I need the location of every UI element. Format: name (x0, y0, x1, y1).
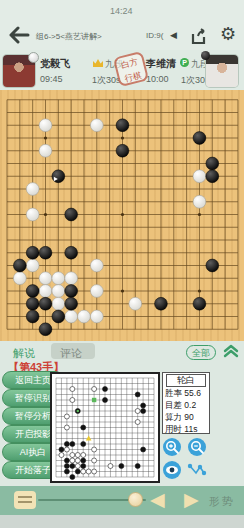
player-bar: 党毅飞 九段 09:45 1次30s 白方 行棋 李维清 P 九段 10:00 … (0, 50, 244, 92)
mini-white-stone-D17 (70, 387, 75, 392)
crown-icon (93, 59, 103, 67)
stat-row-0: 胜率 55.6 (163, 387, 209, 399)
black-stone-K15 (116, 144, 129, 157)
analysis-panel: 轮白 胜率 55.6目差 0.2算力 90用时 11s (162, 372, 210, 434)
white-stone-H17 (90, 119, 103, 132)
p-badge-icon: P (180, 58, 189, 67)
black-stone-Q3 (193, 297, 206, 310)
black-stone-E2 (52, 310, 65, 323)
mini-black-stone-F10 (81, 425, 86, 430)
left-player-name: 党毅飞 (40, 57, 70, 71)
white-stone-D4 (39, 285, 52, 298)
collapse-up-icon[interactable] (223, 344, 239, 362)
status-bar: 14:24 (0, 0, 244, 22)
mini-black-stone-F4 (81, 458, 86, 463)
share-icon[interactable] (190, 28, 208, 49)
black-stone-R6 (206, 259, 219, 272)
go-board-grid (0, 90, 244, 341)
next-move-icon[interactable]: ▶ (184, 490, 199, 510)
tab-all[interactable]: 全部 (192, 347, 210, 360)
collapse-left-triangle-icon[interactable]: ◀ (170, 30, 177, 40)
black-stone-D1 (39, 323, 52, 336)
header: 组6->5<燕艺讲解> ID:9( ◀ ⚙ (0, 22, 244, 50)
black-stone-C3 (26, 297, 39, 310)
turn-stamp-line1: 白方 (120, 56, 139, 70)
white-stone-indicator (28, 52, 39, 63)
white-stone-H6 (90, 259, 103, 272)
white-stone-Q13 (193, 170, 206, 183)
white-stone-E5 (52, 272, 65, 285)
mini-board-grid (52, 374, 158, 481)
right-player-clock: 10:00 (146, 74, 169, 84)
mini-black-stone-D1 (70, 475, 75, 480)
mini-white-stone-D15 (70, 398, 75, 403)
black-stone-C7 (26, 246, 39, 259)
white-stone-L3 (129, 297, 142, 310)
mini-white-stone-D4 (70, 458, 75, 463)
move-slider-knob[interactable] (128, 492, 143, 507)
white-stone-B5 (13, 272, 26, 285)
mini-black-stone-N3 (119, 464, 124, 469)
white-stone-C10 (26, 208, 39, 221)
branch-icon[interactable] (187, 461, 207, 479)
black-stone-D3 (39, 297, 52, 310)
analysis-stats: 胜率 55.6目差 0.2算力 90用时 11s (163, 387, 209, 435)
mini-white-stone-E5 (75, 453, 80, 458)
mini-white-stone-H17 (92, 387, 97, 392)
app-screen: 14:24 组6->5<燕艺讲解> ID:9( ◀ ⚙ 党毅飞 九段 09:45… (0, 0, 244, 528)
left-player-byoyomi: 1次30s (92, 74, 121, 87)
mini-white-stone-Q11 (135, 420, 140, 425)
stat-row-2: 算力 90 (163, 411, 209, 423)
mini-white-stone-C10 (64, 425, 69, 430)
mini-black-stone-C4 (64, 458, 69, 463)
mini-white-stone-E4 (75, 458, 80, 463)
black-stone-Q16 (193, 132, 206, 145)
black-stone-F3 (65, 297, 78, 310)
white-stone-E3 (52, 297, 65, 310)
mini-black-stone-E2 (75, 469, 80, 474)
black-stone-R14 (206, 157, 219, 170)
turn-stamp-line2: 行棋 (123, 69, 142, 83)
back-icon[interactable] (8, 26, 30, 48)
white-stone-C12 (26, 183, 39, 196)
mini-black-stone-R13 (141, 409, 146, 414)
white-stone-H2 (90, 310, 103, 323)
right-player-name: 李维清 (146, 57, 176, 71)
turn-stamp: 白方 行棋 (113, 51, 149, 87)
mini-black-stone-D7 (70, 442, 75, 447)
white-stone-Q11 (193, 195, 206, 208)
mini-white-stone-B5 (59, 453, 64, 458)
mini-black-stone-Q16 (135, 392, 140, 397)
mini-black-stone-K17 (103, 387, 108, 392)
mini-white-stone-C6 (64, 447, 69, 452)
mini-black-stone-D3 (70, 464, 75, 469)
black-stone-C2 (26, 310, 39, 323)
mini-white-stone-G2 (86, 469, 91, 474)
black-stone-indicator (201, 51, 210, 60)
mini-black-stone-R6 (141, 447, 146, 452)
black-stone-F7 (65, 246, 78, 259)
black-stone-K17 (116, 119, 129, 132)
prev-move-icon[interactable]: ◀ (150, 490, 165, 510)
black-stone-F4 (65, 285, 78, 298)
eye-icon[interactable] (163, 461, 181, 479)
turn-label: 轮白 (166, 374, 206, 387)
mini-white-stone-E3 (75, 464, 80, 469)
mini-black-stone-C2 (64, 469, 69, 474)
zoom-out-icon[interactable] (188, 438, 206, 456)
right-player-avatar[interactable] (206, 55, 238, 87)
white-stone-G2 (78, 310, 91, 323)
mini-white-stone-H6 (92, 447, 97, 452)
tab-commentary[interactable]: 解说 (13, 346, 35, 361)
mini-black-stone-C7 (64, 442, 69, 447)
analysis-mini-board[interactable] (50, 372, 160, 483)
gear-icon[interactable]: ⚙ (220, 23, 236, 45)
white-stone-F5 (65, 272, 78, 285)
chat-icon[interactable] (14, 491, 36, 509)
black-stone-N3 (155, 297, 168, 310)
white-stone-F2 (65, 310, 78, 323)
left-player-clock: 09:45 (40, 74, 63, 84)
mini-black-stone-F7 (81, 442, 86, 447)
white-stone-D5 (39, 272, 52, 285)
mini-white-stone-F5 (81, 453, 86, 458)
mini-white-stone-H4 (92, 458, 97, 463)
bottom-strip (0, 515, 244, 528)
mini-black-stone-C3 (64, 464, 69, 469)
black-stone-D7 (39, 246, 52, 259)
mini-marker-green-dot (76, 410, 79, 413)
mini-white-stone-Q13 (135, 409, 140, 414)
white-stone-E4 (52, 285, 65, 298)
white-stone-H4 (90, 285, 103, 298)
mini-black-stone-Q3 (135, 464, 140, 469)
mini-white-stone-F2 (81, 469, 86, 474)
zoom-in-icon[interactable] (163, 438, 181, 456)
black-stone-R13 (206, 170, 219, 183)
mini-black-stone-B6 (59, 447, 64, 452)
black-stone-C4 (26, 285, 39, 298)
game-id: ID:9( (146, 31, 163, 40)
mini-white-stone-D5 (70, 453, 75, 458)
status-time: 14:24 (110, 6, 133, 16)
mini-white-stone-H2 (92, 469, 97, 474)
mini-black-stone-K15 (103, 398, 108, 403)
mini-white-stone-L3 (108, 464, 113, 469)
go-board[interactable] (0, 90, 244, 341)
mini-white-stone-C12 (64, 414, 69, 419)
mini-marker-yellow-triangle (86, 436, 92, 441)
mini-marker-green-square (92, 398, 96, 402)
mini-black-stone-R14 (141, 403, 146, 408)
tab-comments[interactable]: 评论 (60, 346, 82, 361)
white-stone-D15 (39, 144, 52, 157)
room-title: 组6->5<燕艺讲解> (36, 31, 102, 42)
white-stone-C6 (26, 259, 39, 272)
black-stone-B6 (13, 259, 26, 272)
situation-button[interactable]: 形势 (209, 494, 235, 509)
bottom-toolbar: ◀ ▶ 形势 (0, 486, 244, 515)
mini-black-stone-F3 (81, 464, 86, 469)
black-stone-F10 (65, 208, 78, 221)
stat-row-3: 用时 11s (163, 423, 209, 435)
stat-row-1: 目差 0.2 (163, 399, 209, 411)
white-stone-D17 (39, 119, 52, 132)
